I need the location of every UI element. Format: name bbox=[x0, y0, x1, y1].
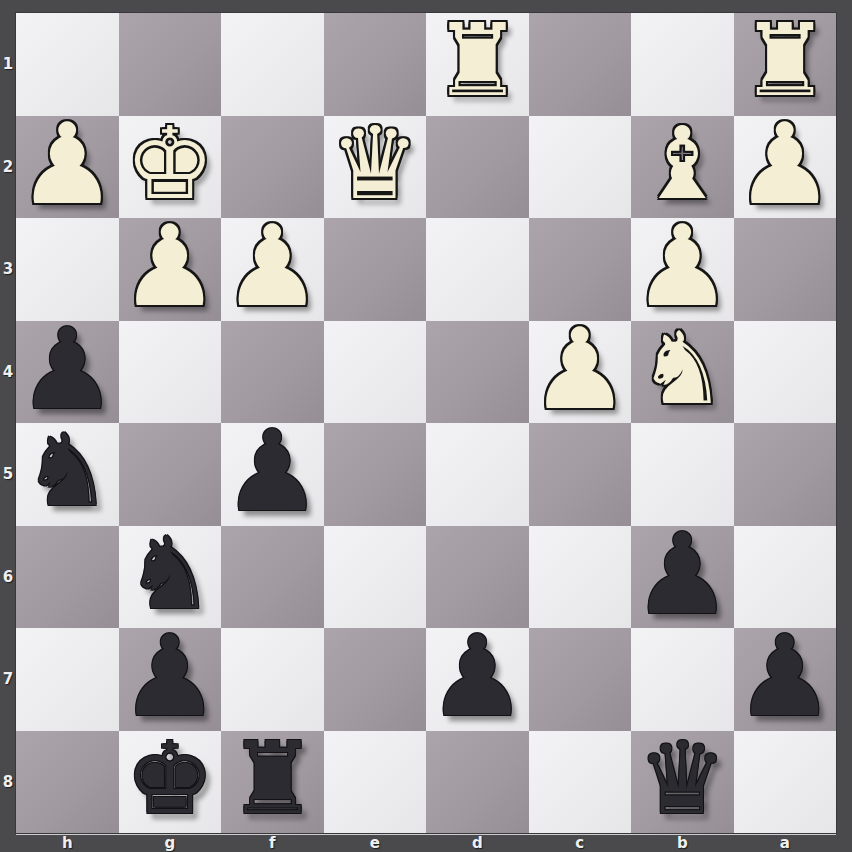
rank-label-7: 7 bbox=[0, 628, 16, 731]
square-h4[interactable]: ♟ bbox=[16, 321, 119, 424]
black-pawn-h4[interactable]: ♟ bbox=[17, 313, 117, 425]
square-c6[interactable] bbox=[529, 526, 632, 629]
square-h7[interactable] bbox=[16, 628, 119, 731]
square-f8[interactable]: ♜ bbox=[221, 731, 324, 834]
white-pawn-f3[interactable]: ♟ bbox=[222, 210, 322, 322]
black-knight-g6[interactable]: ♞ bbox=[125, 524, 215, 624]
square-g8[interactable]: ♚ bbox=[119, 731, 222, 834]
black-pawn-f5[interactable]: ♟ bbox=[222, 415, 322, 527]
file-label-f: f bbox=[221, 833, 324, 852]
square-c4[interactable]: ♟ bbox=[529, 321, 632, 424]
square-e1[interactable] bbox=[324, 13, 427, 116]
file-label-b: b bbox=[631, 833, 734, 852]
square-a2[interactable]: ♟ bbox=[734, 116, 837, 219]
square-h6[interactable] bbox=[16, 526, 119, 629]
square-d4[interactable] bbox=[426, 321, 529, 424]
square-g1[interactable] bbox=[119, 13, 222, 116]
square-d8[interactable] bbox=[426, 731, 529, 834]
white-rook-a1[interactable]: ♜ bbox=[740, 11, 830, 111]
rank-labels: 12345678 bbox=[0, 13, 16, 833]
white-pawn-c4[interactable]: ♟ bbox=[530, 313, 630, 425]
file-label-a: a bbox=[734, 833, 837, 852]
square-e4[interactable] bbox=[324, 321, 427, 424]
rank-label-1: 1 bbox=[0, 13, 16, 116]
white-pawn-a2[interactable]: ♟ bbox=[735, 108, 835, 220]
square-f5[interactable]: ♟ bbox=[221, 423, 324, 526]
file-label-h: h bbox=[16, 833, 119, 852]
file-label-d: d bbox=[426, 833, 529, 852]
square-h5[interactable]: ♞ bbox=[16, 423, 119, 526]
square-d2[interactable] bbox=[426, 116, 529, 219]
square-a7[interactable]: ♟ bbox=[734, 628, 837, 731]
square-f1[interactable] bbox=[221, 13, 324, 116]
file-label-c: c bbox=[529, 833, 632, 852]
square-c2[interactable] bbox=[529, 116, 632, 219]
file-label-e: e bbox=[324, 833, 427, 852]
square-b8[interactable]: ♛ bbox=[631, 731, 734, 834]
square-d7[interactable]: ♟ bbox=[426, 628, 529, 731]
rank-label-5: 5 bbox=[0, 423, 16, 526]
white-pawn-h2[interactable]: ♟ bbox=[17, 108, 117, 220]
square-g7[interactable]: ♟ bbox=[119, 628, 222, 731]
black-queen-b8[interactable]: ♛ bbox=[637, 729, 727, 829]
square-g5[interactable] bbox=[119, 423, 222, 526]
square-e8[interactable] bbox=[324, 731, 427, 834]
square-e5[interactable] bbox=[324, 423, 427, 526]
file-label-g: g bbox=[119, 833, 222, 852]
square-g3[interactable]: ♟ bbox=[119, 218, 222, 321]
square-a3[interactable] bbox=[734, 218, 837, 321]
black-rook-f8[interactable]: ♜ bbox=[227, 729, 317, 829]
square-f7[interactable] bbox=[221, 628, 324, 731]
square-a5[interactable] bbox=[734, 423, 837, 526]
square-h8[interactable] bbox=[16, 731, 119, 834]
black-pawn-d7[interactable]: ♟ bbox=[427, 620, 527, 732]
square-b1[interactable] bbox=[631, 13, 734, 116]
square-e7[interactable] bbox=[324, 628, 427, 731]
square-b3[interactable]: ♟ bbox=[631, 218, 734, 321]
rank-label-3: 3 bbox=[0, 218, 16, 321]
square-a8[interactable] bbox=[734, 731, 837, 834]
black-pawn-a7[interactable]: ♟ bbox=[735, 620, 835, 732]
square-g4[interactable] bbox=[119, 321, 222, 424]
rank-label-2: 2 bbox=[0, 116, 16, 219]
black-pawn-g7[interactable]: ♟ bbox=[120, 620, 220, 732]
square-c1[interactable] bbox=[529, 13, 632, 116]
white-pawn-g3[interactable]: ♟ bbox=[120, 210, 220, 322]
board: ♜♜♟♚♛♝♟♟♟♟♟♟♞♞♟♞♟♟♟♟♚♜♛ bbox=[16, 13, 836, 833]
square-d5[interactable] bbox=[426, 423, 529, 526]
white-queen-e2[interactable]: ♛ bbox=[330, 114, 420, 214]
rank-label-8: 8 bbox=[0, 731, 16, 834]
white-pawn-b3[interactable]: ♟ bbox=[632, 210, 732, 322]
white-king-g2[interactable]: ♚ bbox=[125, 114, 215, 214]
square-c7[interactable] bbox=[529, 628, 632, 731]
square-b6[interactable]: ♟ bbox=[631, 526, 734, 629]
square-e3[interactable] bbox=[324, 218, 427, 321]
rank-label-6: 6 bbox=[0, 526, 16, 629]
square-c8[interactable] bbox=[529, 731, 632, 834]
white-rook-d1[interactable]: ♜ bbox=[432, 11, 522, 111]
chessboard-frame: 12345678 ♜♜♟♚♛♝♟♟♟♟♟♟♞♞♟♞♟♟♟♟♚♜♛ hgfedcb… bbox=[0, 0, 852, 852]
square-f3[interactable]: ♟ bbox=[221, 218, 324, 321]
black-pawn-b6[interactable]: ♟ bbox=[632, 518, 732, 630]
white-bishop-b2[interactable]: ♝ bbox=[637, 114, 727, 214]
square-h2[interactable]: ♟ bbox=[16, 116, 119, 219]
square-a4[interactable] bbox=[734, 321, 837, 424]
square-e2[interactable]: ♛ bbox=[324, 116, 427, 219]
square-b4[interactable]: ♞ bbox=[631, 321, 734, 424]
square-e6[interactable] bbox=[324, 526, 427, 629]
black-king-g8[interactable]: ♚ bbox=[125, 729, 215, 829]
white-knight-b4[interactable]: ♞ bbox=[637, 319, 727, 419]
square-f6[interactable] bbox=[221, 526, 324, 629]
square-b7[interactable] bbox=[631, 628, 734, 731]
square-d1[interactable]: ♜ bbox=[426, 13, 529, 116]
black-knight-h5[interactable]: ♞ bbox=[22, 421, 112, 521]
square-d3[interactable] bbox=[426, 218, 529, 321]
file-labels: hgfedcba bbox=[16, 833, 836, 852]
square-c5[interactable] bbox=[529, 423, 632, 526]
rank-label-4: 4 bbox=[0, 321, 16, 424]
